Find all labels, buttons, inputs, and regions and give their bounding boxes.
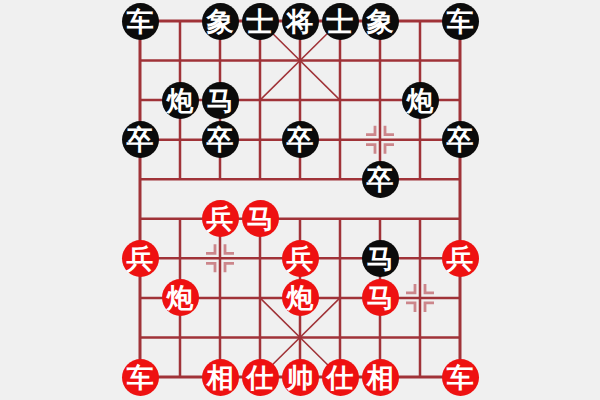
red-general[interactable]: 帅 bbox=[282, 359, 319, 396]
red-soldier[interactable]: 兵 bbox=[442, 240, 479, 277]
black-soldier[interactable]: 卒 bbox=[282, 121, 319, 158]
red-elephant[interactable]: 相 bbox=[202, 359, 239, 396]
black-soldier[interactable]: 卒 bbox=[122, 121, 159, 158]
black-horse[interactable]: 马 bbox=[202, 82, 239, 119]
red-advisor[interactable]: 仕 bbox=[322, 359, 359, 396]
black-chariot[interactable]: 车 bbox=[442, 3, 479, 40]
black-cannon[interactable]: 炮 bbox=[162, 82, 199, 119]
black-cannon[interactable]: 炮 bbox=[402, 82, 439, 119]
red-chariot[interactable]: 车 bbox=[442, 359, 479, 396]
xiangqi-board[interactable]: 车象士将士象车炮马炮卒卒卒卒卒马兵马兵兵兵炮炮马车相仕帅仕相车 bbox=[0, 0, 600, 400]
red-soldier[interactable]: 兵 bbox=[122, 240, 159, 277]
red-elephant[interactable]: 相 bbox=[362, 359, 399, 396]
red-chariot[interactable]: 车 bbox=[122, 359, 159, 396]
black-chariot[interactable]: 车 bbox=[122, 3, 159, 40]
black-elephant[interactable]: 象 bbox=[202, 3, 239, 40]
red-soldier[interactable]: 兵 bbox=[202, 200, 239, 237]
black-soldier[interactable]: 卒 bbox=[202, 121, 239, 158]
black-soldier[interactable]: 卒 bbox=[442, 121, 479, 158]
red-soldier[interactable]: 兵 bbox=[282, 240, 319, 277]
red-advisor[interactable]: 仕 bbox=[242, 359, 279, 396]
black-horse[interactable]: 马 bbox=[362, 240, 399, 277]
black-general[interactable]: 将 bbox=[282, 3, 319, 40]
pieces-layer: 车象士将士象车炮马炮卒卒卒卒卒马兵马兵兵兵炮炮马车相仕帅仕相车 bbox=[0, 0, 600, 400]
red-horse[interactable]: 马 bbox=[242, 200, 279, 237]
red-cannon[interactable]: 炮 bbox=[282, 279, 319, 316]
black-advisor[interactable]: 士 bbox=[242, 3, 279, 40]
black-soldier[interactable]: 卒 bbox=[362, 161, 399, 198]
black-advisor[interactable]: 士 bbox=[322, 3, 359, 40]
red-cannon[interactable]: 炮 bbox=[162, 279, 199, 316]
red-horse[interactable]: 马 bbox=[362, 279, 399, 316]
black-elephant[interactable]: 象 bbox=[362, 3, 399, 40]
